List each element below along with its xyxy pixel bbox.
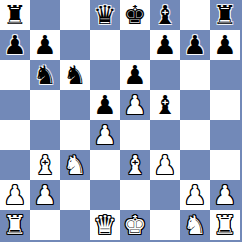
square-d3[interactable] — [90, 150, 120, 180]
square-f1[interactable] — [150, 210, 180, 240]
black-pawn[interactable]: ♟ — [33, 30, 56, 60]
black-knight[interactable]: ♞ — [63, 60, 86, 90]
square-d4[interactable]: ♟ — [90, 120, 120, 150]
square-d6[interactable] — [90, 60, 120, 90]
black-pawn[interactable]: ♟ — [183, 30, 206, 60]
square-g7[interactable]: ♟ — [180, 30, 210, 60]
white-pawn[interactable]: ♟ — [33, 180, 56, 210]
square-g1[interactable]: ♞ — [180, 210, 210, 240]
square-h7[interactable]: ♟ — [210, 30, 240, 60]
white-queen[interactable]: ♛ — [93, 210, 116, 240]
square-e8[interactable]: ♚ — [120, 0, 150, 30]
square-b1[interactable] — [30, 210, 60, 240]
square-d8[interactable]: ♛ — [90, 0, 120, 30]
square-c1[interactable] — [60, 210, 90, 240]
square-e7[interactable] — [120, 30, 150, 60]
white-knight[interactable]: ♞ — [183, 210, 206, 240]
square-h3[interactable] — [210, 150, 240, 180]
square-a2[interactable]: ♟ — [0, 180, 30, 210]
white-bishop[interactable]: ♝ — [123, 150, 146, 180]
square-e6[interactable]: ♟ — [120, 60, 150, 90]
square-f5[interactable]: ♝ — [150, 90, 180, 120]
white-pawn[interactable]: ♟ — [3, 180, 26, 210]
black-pawn[interactable]: ♟ — [123, 60, 146, 90]
black-bishop[interactable]: ♝ — [153, 0, 176, 30]
white-pawn[interactable]: ♟ — [183, 180, 206, 210]
white-pawn[interactable]: ♟ — [93, 120, 116, 150]
square-h8[interactable]: ♜ — [210, 0, 240, 30]
black-pawn[interactable]: ♟ — [93, 90, 116, 120]
square-f7[interactable]: ♟ — [150, 30, 180, 60]
square-c3[interactable]: ♞ — [60, 150, 90, 180]
square-a5[interactable] — [0, 90, 30, 120]
square-a6[interactable] — [0, 60, 30, 90]
black-bishop[interactable]: ♝ — [153, 90, 176, 120]
square-a3[interactable] — [0, 150, 30, 180]
chess-board: ♜♛♚♝♜♟♟♟♟♟♞♞♟♟♟♝♟♝♞♝♟♟♟♟♟♜♛♚♞♜ — [0, 0, 240, 240]
square-a8[interactable]: ♜ — [0, 0, 30, 30]
square-h4[interactable] — [210, 120, 240, 150]
square-h2[interactable]: ♟ — [210, 180, 240, 210]
square-h6[interactable] — [210, 60, 240, 90]
square-d1[interactable]: ♛ — [90, 210, 120, 240]
square-g8[interactable] — [180, 0, 210, 30]
square-a4[interactable] — [0, 120, 30, 150]
white-rook[interactable]: ♜ — [3, 210, 26, 240]
white-pawn[interactable]: ♟ — [153, 150, 176, 180]
white-pawn[interactable]: ♟ — [213, 180, 236, 210]
square-a7[interactable]: ♟ — [0, 30, 30, 60]
square-g6[interactable] — [180, 60, 210, 90]
square-b6[interactable]: ♞ — [30, 60, 60, 90]
square-c2[interactable] — [60, 180, 90, 210]
white-rook[interactable]: ♜ — [213, 210, 236, 240]
square-e4[interactable] — [120, 120, 150, 150]
square-b7[interactable]: ♟ — [30, 30, 60, 60]
square-b2[interactable]: ♟ — [30, 180, 60, 210]
black-queen[interactable]: ♛ — [93, 0, 116, 30]
square-a1[interactable]: ♜ — [0, 210, 30, 240]
square-g2[interactable]: ♟ — [180, 180, 210, 210]
square-f2[interactable] — [150, 180, 180, 210]
chess-board-screenshot: ♜♛♚♝♜♟♟♟♟♟♞♞♟♟♟♝♟♝♞♝♟♟♟♟♟♜♛♚♞♜ — [0, 0, 242, 242]
square-c7[interactable] — [60, 30, 90, 60]
square-f6[interactable] — [150, 60, 180, 90]
square-c6[interactable]: ♞ — [60, 60, 90, 90]
square-g3[interactable] — [180, 150, 210, 180]
black-king[interactable]: ♚ — [123, 0, 146, 30]
square-d2[interactable] — [90, 180, 120, 210]
square-b5[interactable] — [30, 90, 60, 120]
square-c4[interactable] — [60, 120, 90, 150]
square-c5[interactable] — [60, 90, 90, 120]
square-b3[interactable]: ♝ — [30, 150, 60, 180]
white-king[interactable]: ♚ — [123, 210, 146, 240]
square-f3[interactable]: ♟ — [150, 150, 180, 180]
square-e1[interactable]: ♚ — [120, 210, 150, 240]
black-pawn[interactable]: ♟ — [3, 30, 26, 60]
square-h5[interactable] — [210, 90, 240, 120]
square-f8[interactable]: ♝ — [150, 0, 180, 30]
square-g5[interactable] — [180, 90, 210, 120]
square-d5[interactable]: ♟ — [90, 90, 120, 120]
black-rook[interactable]: ♜ — [213, 0, 236, 30]
white-bishop[interactable]: ♝ — [33, 150, 56, 180]
square-b4[interactable] — [30, 120, 60, 150]
white-pawn[interactable]: ♟ — [123, 90, 146, 120]
black-pawn[interactable]: ♟ — [153, 30, 176, 60]
square-f4[interactable] — [150, 120, 180, 150]
square-e2[interactable] — [120, 180, 150, 210]
square-e5[interactable]: ♟ — [120, 90, 150, 120]
white-knight[interactable]: ♞ — [63, 150, 86, 180]
black-knight[interactable]: ♞ — [33, 60, 56, 90]
square-h1[interactable]: ♜ — [210, 210, 240, 240]
square-b8[interactable] — [30, 0, 60, 30]
square-g4[interactable] — [180, 120, 210, 150]
black-rook[interactable]: ♜ — [3, 0, 26, 30]
black-pawn[interactable]: ♟ — [213, 30, 236, 60]
square-d7[interactable] — [90, 30, 120, 60]
square-e3[interactable]: ♝ — [120, 150, 150, 180]
square-c8[interactable] — [60, 0, 90, 30]
